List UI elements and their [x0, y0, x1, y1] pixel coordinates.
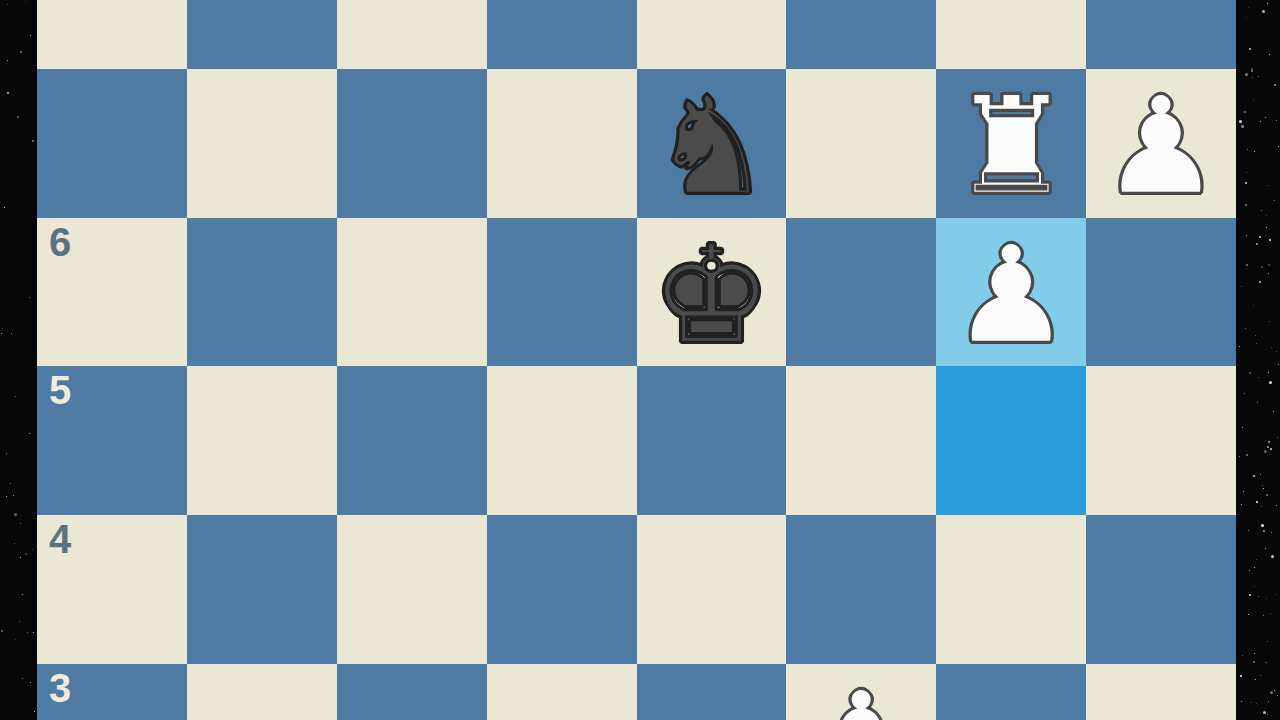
star-speck	[1258, 76, 1259, 77]
square-f7[interactable]	[786, 69, 936, 218]
star-speck	[1260, 121, 1261, 122]
star-speck	[29, 297, 30, 298]
white-rook-piece[interactable]: ♜	[950, 78, 1072, 214]
square-d3[interactable]	[487, 664, 637, 720]
square-d5[interactable]	[487, 366, 637, 515]
star-speck	[1271, 555, 1274, 558]
star-speck	[1263, 488, 1264, 489]
square-a7[interactable]	[37, 69, 187, 218]
star-speck	[7, 92, 9, 94]
square-f5[interactable]	[786, 366, 936, 515]
star-speck	[1239, 346, 1240, 347]
star-speck	[1259, 236, 1261, 238]
star-speck	[1256, 343, 1257, 344]
star-speck	[1273, 411, 1274, 412]
star-speck	[1267, 446, 1269, 448]
star-speck	[1241, 286, 1242, 287]
star-speck	[1262, 485, 1263, 486]
square-b8[interactable]	[187, 0, 337, 69]
star-speck	[1256, 703, 1257, 704]
star-speck	[1261, 506, 1262, 507]
star-speck	[1256, 243, 1258, 245]
rank-label-3: 3	[49, 668, 71, 708]
star-speck	[1267, 3, 1268, 4]
star-speck	[1266, 662, 1267, 663]
star-speck	[1248, 530, 1249, 531]
star-speck	[1244, 393, 1245, 394]
star-speck	[15, 639, 16, 640]
star-speck	[1258, 596, 1259, 597]
square-a6[interactable]: 6	[37, 218, 187, 367]
star-speck	[25, 553, 27, 555]
square-c8[interactable]	[337, 0, 487, 69]
square-g3[interactable]	[936, 664, 1086, 720]
star-speck	[1268, 441, 1270, 443]
star-speck	[1246, 172, 1247, 173]
star-speck	[1251, 70, 1253, 72]
star-speck	[22, 594, 23, 595]
star-speck	[1261, 266, 1263, 268]
square-b3[interactable]	[187, 664, 337, 720]
star-speck	[1277, 437, 1278, 438]
star-speck	[1266, 494, 1268, 496]
square-h3[interactable]	[1086, 664, 1236, 720]
square-d8[interactable]	[487, 0, 637, 69]
square-a3[interactable]: 3	[37, 664, 187, 720]
star-speck	[1276, 351, 1277, 352]
square-e5[interactable]	[637, 366, 787, 515]
star-speck	[1241, 125, 1244, 128]
star-speck	[34, 711, 35, 712]
star-speck	[1249, 372, 1251, 374]
star-speck	[1245, 204, 1247, 206]
star-speck	[1263, 711, 1266, 714]
star-speck	[1268, 701, 1269, 702]
star-speck	[1263, 530, 1265, 532]
star-speck	[4, 207, 5, 208]
star-speck	[1249, 570, 1250, 571]
star-speck	[30, 35, 31, 36]
square-c5[interactable]	[337, 366, 487, 515]
star-speck	[1247, 149, 1248, 150]
star-speck	[1246, 264, 1248, 266]
star-speck	[1265, 235, 1266, 236]
star-speck	[1, 333, 2, 334]
star-speck	[19, 621, 20, 622]
star-speck	[1269, 239, 1271, 241]
square-f8[interactable]	[786, 0, 936, 69]
square-h7[interactable]: ♟	[1086, 69, 1236, 218]
star-speck	[30, 682, 31, 683]
white-pawn-piece[interactable]: ♟	[1100, 78, 1222, 214]
star-speck	[11, 333, 12, 334]
star-speck	[1246, 454, 1248, 456]
star-speck	[1243, 491, 1244, 492]
star-speck	[10, 483, 11, 484]
rank-label-4: 4	[49, 519, 71, 559]
star-speck	[1269, 54, 1270, 55]
star-speck	[1253, 100, 1254, 101]
star-speck	[1257, 402, 1258, 403]
square-a5[interactable]: 5	[37, 366, 187, 515]
square-f6[interactable]	[786, 218, 936, 367]
black-knight-piece[interactable]: ♞	[650, 78, 772, 214]
star-speck	[20, 557, 21, 558]
star-speck	[20, 51, 22, 53]
star-speck	[1261, 524, 1264, 527]
white-pawn-piece[interactable]: ♟	[950, 227, 1072, 363]
star-speck	[1242, 655, 1243, 656]
star-speck	[1278, 146, 1279, 147]
square-b6[interactable]	[187, 218, 337, 367]
star-speck	[1256, 501, 1258, 503]
star-speck	[27, 632, 28, 633]
star-speck	[1268, 372, 1269, 373]
star-speck	[17, 116, 19, 118]
square-h4[interactable]	[1086, 515, 1236, 664]
star-speck	[1266, 598, 1267, 599]
star-speck	[1, 630, 3, 632]
star-speck	[1265, 548, 1266, 549]
star-speck	[1241, 504, 1242, 505]
square-c7[interactable]	[337, 69, 487, 218]
star-speck	[1278, 364, 1279, 365]
black-king-piece[interactable]: ♚	[650, 227, 772, 363]
chess-board: ♞♜♟6♚♟543♟2♚	[37, 0, 1236, 720]
star-speck	[7, 60, 8, 61]
square-g4[interactable]	[936, 515, 1086, 664]
square-b5[interactable]	[187, 366, 337, 515]
star-speck	[1262, 10, 1265, 13]
star-speck	[32, 140, 34, 142]
square-g5[interactable]	[936, 366, 1086, 515]
square-e7[interactable]: ♞	[637, 69, 787, 218]
star-speck	[1256, 559, 1257, 560]
square-d6[interactable]	[487, 218, 637, 367]
star-speck	[7, 4, 8, 5]
star-speck	[1248, 7, 1249, 8]
square-g7[interactable]: ♜	[936, 69, 1086, 218]
square-a8[interactable]	[37, 0, 187, 69]
star-speck	[1253, 475, 1255, 477]
star-speck	[1245, 328, 1246, 329]
star-speck	[1245, 73, 1248, 76]
star-speck	[32, 549, 33, 550]
star-speck	[1246, 17, 1247, 18]
star-speck	[13, 495, 14, 496]
square-g8[interactable]	[936, 0, 1086, 69]
star-speck	[1254, 151, 1255, 152]
square-d7[interactable]	[487, 69, 637, 218]
star-speck	[1267, 714, 1268, 715]
star-speck	[1254, 586, 1255, 587]
star-speck	[25, 1, 26, 2]
star-speck	[1270, 448, 1272, 450]
square-b4[interactable]	[187, 515, 337, 664]
star-speck	[14, 513, 17, 516]
star-speck	[29, 433, 30, 434]
star-speck	[1269, 265, 1270, 266]
star-speck	[1274, 84, 1276, 86]
square-h5[interactable]	[1086, 366, 1236, 515]
star-speck	[1255, 679, 1256, 680]
star-speck	[1239, 120, 1242, 123]
star-speck	[1267, 641, 1268, 642]
square-c3[interactable]	[337, 664, 487, 720]
star-speck	[1266, 215, 1267, 216]
star-speck	[1271, 347, 1272, 348]
star-speck	[1246, 235, 1247, 236]
square-f3[interactable]: ♟	[786, 664, 936, 720]
star-speck	[1248, 614, 1249, 615]
star-speck	[1253, 661, 1255, 663]
star-speck	[1249, 48, 1251, 50]
star-speck	[1269, 321, 1270, 322]
star-speck	[1252, 77, 1253, 78]
star-speck	[1260, 675, 1261, 676]
square-c6[interactable]	[337, 218, 487, 367]
square-e3[interactable]	[637, 664, 787, 720]
star-speck	[6, 496, 7, 497]
star-speck	[1251, 702, 1252, 703]
star-speck	[15, 396, 16, 397]
star-speck	[6, 453, 7, 454]
screenshot-root: ♞♜♟6♚♟543♟2♚	[0, 0, 1280, 720]
square-e4[interactable]	[637, 515, 787, 664]
star-speck	[1259, 281, 1261, 283]
star-speck	[1274, 200, 1275, 201]
square-c4[interactable]	[337, 515, 487, 664]
star-speck	[20, 523, 21, 524]
star-speck	[1276, 120, 1277, 121]
star-speck	[33, 632, 34, 633]
star-speck	[1275, 594, 1276, 595]
star-speck	[1258, 377, 1259, 378]
star-speck	[14, 543, 15, 544]
star-speck	[2, 328, 3, 329]
star-speck	[1271, 532, 1272, 533]
star-speck	[1241, 701, 1242, 702]
star-speck	[1249, 594, 1251, 596]
star-speck	[1266, 227, 1267, 228]
rank-label-5: 5	[49, 370, 71, 410]
star-speck	[1261, 210, 1262, 211]
square-a4[interactable]: 4	[37, 515, 187, 664]
star-speck	[1270, 691, 1273, 694]
square-d4[interactable]	[487, 515, 637, 664]
square-e6[interactable]: ♚	[637, 218, 787, 367]
square-e8[interactable]	[637, 0, 787, 69]
star-speck	[1244, 111, 1246, 113]
star-speck	[22, 678, 23, 679]
star-speck	[1242, 427, 1243, 428]
star-speck	[1240, 675, 1242, 677]
square-f4[interactable]	[786, 515, 936, 664]
star-speck	[1268, 273, 1269, 274]
star-speck	[1264, 450, 1267, 453]
star-speck	[1260, 474, 1261, 475]
white-pawn-piece[interactable]: ♟	[800, 673, 922, 720]
star-speck	[1254, 567, 1255, 568]
star-speck	[1267, 185, 1268, 186]
star-speck	[1239, 456, 1240, 457]
star-speck	[1270, 613, 1271, 614]
star-speck	[1263, 615, 1264, 616]
square-h6[interactable]	[1086, 218, 1236, 367]
square-b7[interactable]	[187, 69, 337, 218]
star-speck	[1276, 505, 1277, 506]
square-g6[interactable]: ♟	[936, 218, 1086, 367]
star-speck	[1269, 381, 1272, 384]
star-speck	[1277, 695, 1278, 696]
star-speck	[1253, 305, 1254, 306]
star-speck	[1265, 117, 1266, 118]
rank-label-6: 6	[49, 222, 71, 262]
star-speck	[1245, 182, 1247, 184]
star-speck	[1254, 653, 1255, 654]
star-speck	[1274, 690, 1275, 691]
star-speck	[1255, 335, 1256, 336]
square-h8[interactable]	[1086, 0, 1236, 69]
